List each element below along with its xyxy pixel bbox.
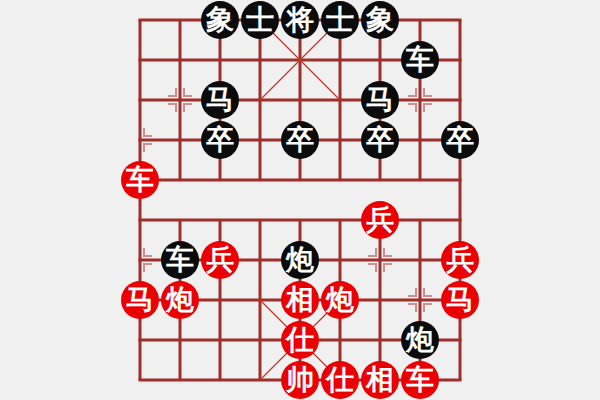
piece-black-pawn[interactable]: 卒 <box>201 121 239 159</box>
piece-red-pawn[interactable]: 兵 <box>361 201 399 239</box>
piece-black-advisor[interactable]: 士 <box>321 1 359 39</box>
piece-black-pawn[interactable]: 卒 <box>441 121 479 159</box>
piece-black-cannon[interactable]: 炮 <box>401 321 439 359</box>
piece-black-advisor[interactable]: 士 <box>241 1 279 39</box>
piece-black-pawn[interactable]: 卒 <box>361 121 399 159</box>
piece-red-advisor[interactable]: 仕 <box>281 321 319 359</box>
piece-red-pawn[interactable]: 兵 <box>201 241 239 279</box>
xiangqi-board[interactable]: 象士将士象车马马卒卒卒卒车兵车兵炮兵马炮相炮马仕炮帅仕相车 <box>120 0 480 400</box>
piece-red-cannon[interactable]: 炮 <box>321 281 359 319</box>
piece-black-horse[interactable]: 马 <box>361 81 399 119</box>
piece-red-pawn[interactable]: 兵 <box>441 241 479 279</box>
piece-red-horse[interactable]: 马 <box>441 281 479 319</box>
piece-black-elephant[interactable]: 象 <box>361 1 399 39</box>
piece-black-king[interactable]: 将 <box>281 1 319 39</box>
piece-red-cannon[interactable]: 炮 <box>161 281 199 319</box>
piece-red-elephant[interactable]: 相 <box>281 281 319 319</box>
piece-red-elephant[interactable]: 相 <box>361 361 399 399</box>
piece-black-cannon[interactable]: 炮 <box>281 241 319 279</box>
piece-red-king[interactable]: 帅 <box>281 361 319 399</box>
piece-red-horse[interactable]: 马 <box>121 281 159 319</box>
piece-black-rook[interactable]: 车 <box>401 41 439 79</box>
piece-red-rook[interactable]: 车 <box>401 361 439 399</box>
piece-black-rook[interactable]: 车 <box>161 241 199 279</box>
piece-black-elephant[interactable]: 象 <box>201 1 239 39</box>
piece-red-advisor[interactable]: 仕 <box>321 361 359 399</box>
piece-red-rook[interactable]: 车 <box>121 161 159 199</box>
piece-black-horse[interactable]: 马 <box>201 81 239 119</box>
xiangqi-app: 象士将士象车马马卒卒卒卒车兵车兵炮兵马炮相炮马仕炮帅仕相车 <box>0 0 600 400</box>
piece-black-pawn[interactable]: 卒 <box>281 121 319 159</box>
